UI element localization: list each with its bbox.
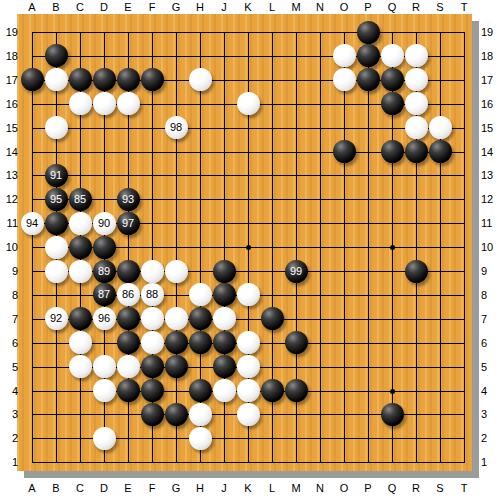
stone-black[interactable] — [21, 68, 44, 91]
move-number-label: 93 — [122, 194, 134, 205]
stone-black[interactable] — [381, 140, 404, 163]
stone-white-move-90[interactable]: 90 — [93, 212, 116, 235]
stone-white-move-94[interactable]: 94 — [21, 212, 44, 235]
column-label-bottom-H: H — [190, 482, 210, 494]
stone-white[interactable] — [237, 355, 260, 378]
grid-vline — [344, 32, 345, 463]
stone-white[interactable] — [237, 403, 260, 426]
stone-white[interactable] — [69, 355, 92, 378]
stone-black[interactable] — [261, 307, 284, 330]
move-number-label: 90 — [98, 218, 110, 229]
stone-black-move-87[interactable]: 87 — [93, 283, 116, 306]
stone-white-move-88[interactable]: 88 — [141, 283, 164, 306]
column-label-bottom-E: E — [118, 482, 138, 494]
row-label-right-5: 5 — [481, 361, 499, 373]
row-label-right-10: 10 — [481, 241, 499, 253]
stone-black-move-91[interactable]: 91 — [45, 164, 68, 187]
stone-black[interactable] — [285, 331, 308, 354]
star-point — [390, 245, 395, 250]
stone-black[interactable] — [429, 140, 452, 163]
move-number-label: 96 — [98, 313, 110, 324]
stone-black[interactable] — [69, 68, 92, 91]
stone-black[interactable] — [165, 355, 188, 378]
stone-white[interactable] — [237, 283, 260, 306]
go-board[interactable]: 989195859394909789998786889296 — [17, 14, 472, 471]
stone-white[interactable] — [189, 427, 212, 450]
move-number-label: 88 — [146, 289, 158, 300]
stone-black[interactable] — [213, 355, 236, 378]
stone-black[interactable] — [165, 331, 188, 354]
column-label-bottom-M: M — [286, 482, 306, 494]
move-number-label: 91 — [50, 170, 62, 181]
stone-black[interactable] — [189, 331, 212, 354]
row-label-right-3: 3 — [481, 408, 499, 420]
stone-white[interactable] — [237, 379, 260, 402]
stone-black[interactable] — [213, 283, 236, 306]
stone-black[interactable] — [357, 21, 380, 44]
column-label-top-L: L — [262, 1, 282, 13]
row-label-left-16: 16 — [0, 98, 18, 110]
row-label-left-14: 14 — [0, 146, 18, 158]
column-label-top-C: C — [70, 1, 90, 13]
stone-white[interactable] — [237, 92, 260, 115]
stone-black[interactable] — [381, 92, 404, 115]
column-label-bottom-R: R — [406, 482, 426, 494]
stone-black[interactable] — [69, 307, 92, 330]
stone-white[interactable] — [165, 307, 188, 330]
stone-black-move-95[interactable]: 95 — [45, 188, 68, 211]
row-label-right-2: 2 — [481, 432, 499, 444]
row-label-left-3: 3 — [0, 408, 18, 420]
column-label-bottom-J: J — [214, 482, 234, 494]
stone-black[interactable] — [117, 379, 140, 402]
row-label-left-19: 19 — [0, 26, 18, 38]
column-label-top-N: N — [310, 1, 330, 13]
column-label-top-D: D — [94, 1, 114, 13]
stone-black-move-85[interactable]: 85 — [69, 188, 92, 211]
row-label-right-12: 12 — [481, 193, 499, 205]
column-label-bottom-T: T — [454, 482, 474, 494]
row-label-left-10: 10 — [0, 241, 18, 253]
stone-white[interactable] — [333, 68, 356, 91]
stone-white[interactable] — [69, 260, 92, 283]
row-label-left-17: 17 — [0, 74, 18, 86]
row-label-right-7: 7 — [481, 313, 499, 325]
stone-black-move-97[interactable]: 97 — [117, 212, 140, 235]
stone-black[interactable] — [381, 403, 404, 426]
move-number-label: 97 — [122, 218, 134, 229]
stone-black[interactable] — [45, 44, 68, 67]
column-label-top-J: J — [214, 1, 234, 13]
column-label-top-T: T — [454, 1, 474, 13]
stone-white[interactable] — [405, 44, 428, 67]
stone-black[interactable] — [45, 212, 68, 235]
stone-black[interactable] — [141, 68, 164, 91]
column-label-top-G: G — [166, 1, 186, 13]
column-label-top-R: R — [406, 1, 426, 13]
column-label-top-M: M — [286, 1, 306, 13]
column-label-bottom-S: S — [430, 482, 450, 494]
row-label-left-15: 15 — [0, 122, 18, 134]
column-label-top-K: K — [238, 1, 258, 13]
stone-white[interactable] — [69, 212, 92, 235]
column-label-bottom-Q: Q — [382, 482, 402, 494]
row-label-right-8: 8 — [481, 289, 499, 301]
stone-white[interactable] — [141, 307, 164, 330]
stone-white[interactable] — [93, 379, 116, 402]
move-number-label: 99 — [290, 266, 302, 277]
stone-white[interactable] — [93, 355, 116, 378]
row-label-right-13: 13 — [481, 169, 499, 181]
stone-white[interactable] — [405, 68, 428, 91]
row-label-left-12: 12 — [0, 193, 18, 205]
grid-vline — [464, 32, 465, 463]
row-label-right-6: 6 — [481, 337, 499, 349]
column-label-bottom-D: D — [94, 482, 114, 494]
stone-white-move-96[interactable]: 96 — [93, 307, 116, 330]
row-label-left-5: 5 — [0, 361, 18, 373]
move-number-label: 92 — [50, 313, 62, 324]
stone-white[interactable] — [117, 92, 140, 115]
row-label-left-11: 11 — [0, 217, 18, 229]
stone-white[interactable] — [213, 379, 236, 402]
stone-white[interactable] — [333, 44, 356, 67]
row-label-left-18: 18 — [0, 50, 18, 62]
stone-black[interactable] — [117, 68, 140, 91]
stone-black[interactable] — [141, 355, 164, 378]
row-label-right-19: 19 — [481, 26, 499, 38]
column-label-bottom-C: C — [70, 482, 90, 494]
column-label-bottom-L: L — [262, 482, 282, 494]
column-label-top-O: O — [334, 1, 354, 13]
stone-black[interactable] — [405, 260, 428, 283]
column-label-bottom-P: P — [358, 482, 378, 494]
stone-white[interactable] — [93, 427, 116, 450]
stone-white[interactable] — [69, 331, 92, 354]
stone-white[interactable] — [45, 260, 68, 283]
row-label-right-16: 16 — [481, 98, 499, 110]
stone-white-move-92[interactable]: 92 — [45, 307, 68, 330]
stone-black[interactable] — [285, 379, 308, 402]
stone-black[interactable] — [213, 331, 236, 354]
row-label-right-15: 15 — [481, 122, 499, 134]
row-label-right-9: 9 — [481, 265, 499, 277]
column-label-top-A: A — [22, 1, 42, 13]
column-label-bottom-O: O — [334, 482, 354, 494]
stone-white[interactable] — [405, 116, 428, 139]
row-label-right-14: 14 — [481, 146, 499, 158]
stone-black[interactable] — [189, 379, 212, 402]
stone-black[interactable] — [381, 68, 404, 91]
column-label-bottom-A: A — [22, 482, 42, 494]
row-label-left-9: 9 — [0, 265, 18, 277]
column-label-top-F: F — [142, 1, 162, 13]
move-number-label: 98 — [170, 122, 182, 133]
stone-black[interactable] — [141, 403, 164, 426]
stone-white[interactable] — [189, 68, 212, 91]
stone-white[interactable] — [237, 331, 260, 354]
stone-black-move-89[interactable]: 89 — [93, 260, 116, 283]
stone-white[interactable] — [213, 307, 236, 330]
row-label-left-8: 8 — [0, 289, 18, 301]
stone-black[interactable] — [405, 140, 428, 163]
stone-black[interactable] — [357, 68, 380, 91]
column-label-bottom-N: N — [310, 482, 330, 494]
stone-black[interactable] — [189, 307, 212, 330]
column-label-top-E: E — [118, 1, 138, 13]
stone-black[interactable] — [261, 379, 284, 402]
column-label-top-H: H — [190, 1, 210, 13]
stone-white-move-98[interactable]: 98 — [165, 116, 188, 139]
row-label-right-4: 4 — [481, 385, 499, 397]
move-number-label: 86 — [122, 289, 134, 300]
grid-vline — [368, 32, 369, 463]
go-app-screen: 989195859394909789998786889296 AABBCCDDE… — [0, 0, 500, 500]
star-point — [246, 245, 251, 250]
row-label-left-7: 7 — [0, 313, 18, 325]
row-label-right-17: 17 — [481, 74, 499, 86]
grid-vline — [320, 32, 321, 463]
stone-white[interactable] — [69, 92, 92, 115]
stone-black[interactable] — [141, 379, 164, 402]
stone-black[interactable] — [357, 44, 380, 67]
move-number-label: 87 — [98, 289, 110, 300]
stone-white[interactable] — [381, 44, 404, 67]
column-label-top-Q: Q — [382, 1, 402, 13]
stone-white[interactable] — [189, 403, 212, 426]
stone-black[interactable] — [117, 307, 140, 330]
move-number-label: 89 — [98, 266, 110, 277]
stone-black[interactable] — [117, 260, 140, 283]
stone-black[interactable] — [93, 68, 116, 91]
column-label-top-S: S — [430, 1, 450, 13]
row-label-left-6: 6 — [0, 337, 18, 349]
stone-white[interactable] — [141, 260, 164, 283]
stone-black-move-93[interactable]: 93 — [117, 188, 140, 211]
column-label-bottom-K: K — [238, 482, 258, 494]
stone-white[interactable] — [189, 283, 212, 306]
stone-black[interactable] — [333, 140, 356, 163]
stone-white[interactable] — [93, 92, 116, 115]
column-label-bottom-G: G — [166, 482, 186, 494]
column-label-top-P: P — [358, 1, 378, 13]
column-label-top-B: B — [46, 1, 66, 13]
stone-white[interactable] — [405, 92, 428, 115]
stone-white[interactable] — [45, 116, 68, 139]
stone-black[interactable] — [69, 236, 92, 259]
stone-black[interactable] — [93, 236, 116, 259]
row-label-left-13: 13 — [0, 169, 18, 181]
stone-black[interactable] — [213, 260, 236, 283]
row-label-right-18: 18 — [481, 50, 499, 62]
grid-vline — [440, 32, 441, 463]
star-point — [390, 389, 395, 394]
stone-black[interactable] — [117, 331, 140, 354]
move-number-label: 95 — [50, 194, 62, 205]
row-label-right-11: 11 — [481, 217, 499, 229]
column-label-bottom-B: B — [46, 482, 66, 494]
column-label-bottom-F: F — [142, 482, 162, 494]
stone-white[interactable] — [165, 260, 188, 283]
stone-white-move-86[interactable]: 86 — [117, 283, 140, 306]
grid-hline — [32, 462, 465, 463]
stone-white[interactable] — [429, 116, 452, 139]
stone-black-move-99[interactable]: 99 — [285, 260, 308, 283]
row-label-left-1: 1 — [0, 456, 18, 468]
stone-black[interactable] — [165, 403, 188, 426]
row-label-left-4: 4 — [0, 385, 18, 397]
row-label-left-2: 2 — [0, 432, 18, 444]
stone-white[interactable] — [117, 355, 140, 378]
stone-white[interactable] — [45, 236, 68, 259]
move-number-label: 94 — [26, 218, 38, 229]
stone-white[interactable] — [141, 331, 164, 354]
stone-white[interactable] — [45, 68, 68, 91]
move-number-label: 85 — [74, 194, 86, 205]
row-label-right-1: 1 — [481, 456, 499, 468]
